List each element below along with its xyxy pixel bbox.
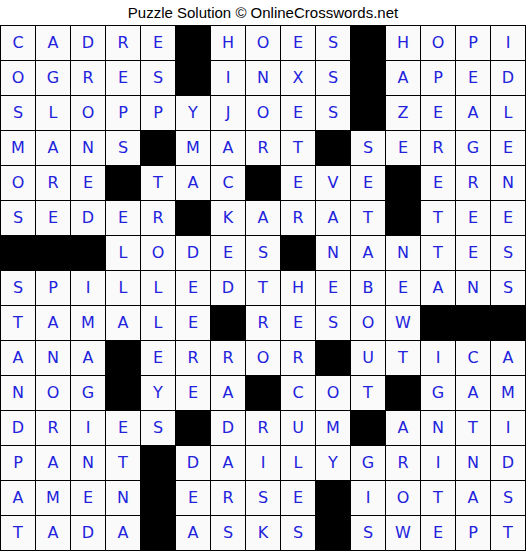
letter-cell-r9c1: T	[1, 306, 35, 340]
letter-cell-r5c1: O	[1, 166, 35, 200]
black-cell-r6c12	[386, 201, 420, 235]
letter-cell-r1c12: H	[386, 26, 420, 60]
letter-cell-r13c9: L	[281, 446, 315, 480]
letter-cell-r4c7: A	[211, 131, 245, 165]
letter-cell-r6c5: R	[141, 201, 175, 235]
letter-cell-r13c1: P	[1, 446, 35, 480]
black-cell-r5c12	[386, 166, 420, 200]
black-cell-r15c5	[141, 516, 175, 550]
letter-cell-r4c4: S	[106, 131, 140, 165]
letter-cell-r12c13: N	[421, 411, 455, 445]
letter-cell-r14c11: I	[351, 481, 385, 515]
black-cell-r11c8	[246, 376, 280, 410]
letter-cell-r3c5: P	[141, 96, 175, 130]
letter-cell-r7c8: S	[246, 236, 280, 270]
letter-cell-r4c1: M	[1, 131, 35, 165]
letter-cell-r5c11: E	[351, 166, 385, 200]
letter-cell-r3c9: E	[281, 96, 315, 130]
letter-cell-r6c1: S	[1, 201, 35, 235]
letter-cell-r13c2: A	[36, 446, 70, 480]
letter-cell-r15c2: A	[36, 516, 70, 550]
letter-cell-r10c2: N	[36, 341, 70, 375]
letter-cell-r8c6: E	[176, 271, 210, 305]
letter-cell-r3c4: P	[106, 96, 140, 130]
letter-cell-r8c5: L	[141, 271, 175, 305]
letter-cell-r9c6: E	[176, 306, 210, 340]
letter-cell-r4c2: A	[36, 131, 70, 165]
letter-cell-r14c7: R	[211, 481, 245, 515]
letter-cell-r6c9: R	[281, 201, 315, 235]
letter-cell-r3c15: L	[491, 96, 525, 130]
letter-cell-r1c3: D	[71, 26, 105, 60]
letter-cell-r3c12: Z	[386, 96, 420, 130]
letter-cell-r2c15: D	[491, 61, 525, 95]
letter-cell-r4c3: N	[71, 131, 105, 165]
black-cell-r10c10	[316, 341, 350, 375]
letter-cell-r13c3: N	[71, 446, 105, 480]
letter-cell-r4c9: T	[281, 131, 315, 165]
letter-cell-r5c14: R	[456, 166, 490, 200]
letter-cell-r5c13: E	[421, 166, 455, 200]
letter-cell-r6c2: E	[36, 201, 70, 235]
letter-cell-r4c14: G	[456, 131, 490, 165]
black-cell-r10c4	[106, 341, 140, 375]
letter-cell-r13c10: Y	[316, 446, 350, 480]
page-title: Puzzle Solution © OnlineCrosswords.net	[0, 0, 526, 25]
letter-cell-r15c9: S	[281, 516, 315, 550]
letter-cell-r6c10: A	[316, 201, 350, 235]
letter-cell-r5c7: C	[211, 166, 245, 200]
letter-cell-r2c9: X	[281, 61, 315, 95]
letter-cell-r5c6: A	[176, 166, 210, 200]
letter-cell-r5c2: R	[36, 166, 70, 200]
black-cell-r11c4	[106, 376, 140, 410]
letter-cell-r6c8: A	[246, 201, 280, 235]
letter-cell-r10c3: A	[71, 341, 105, 375]
black-cell-r7c3	[71, 236, 105, 270]
letter-cell-r7c7: E	[211, 236, 245, 270]
letter-cell-r7c14: E	[456, 236, 490, 270]
letter-cell-r15c13: E	[421, 516, 455, 550]
letter-cell-r8c10: E	[316, 271, 350, 305]
letter-cell-r10c6: R	[176, 341, 210, 375]
letter-cell-r10c13: I	[421, 341, 455, 375]
black-cell-r13c5	[141, 446, 175, 480]
letter-cell-r7c4: L	[106, 236, 140, 270]
letter-cell-r10c1: A	[1, 341, 35, 375]
letter-cell-r12c15: I	[491, 411, 525, 445]
letter-cell-r6c7: K	[211, 201, 245, 235]
letter-cell-r1c2: A	[36, 26, 70, 60]
letter-cell-r6c15: E	[491, 201, 525, 235]
black-cell-r9c13	[421, 306, 455, 340]
letter-cell-r13c6: D	[176, 446, 210, 480]
letter-cell-r8c2: P	[36, 271, 70, 305]
letter-cell-r2c8: N	[246, 61, 280, 95]
black-cell-r11c12	[386, 376, 420, 410]
letter-cell-r11c15: M	[491, 376, 525, 410]
letter-cell-r15c6: A	[176, 516, 210, 550]
letter-cell-r10c9: R	[281, 341, 315, 375]
letter-cell-r11c14: A	[456, 376, 490, 410]
letter-cell-r1c10: S	[316, 26, 350, 60]
letter-cell-r1c13: O	[421, 26, 455, 60]
letter-cell-r15c7: S	[211, 516, 245, 550]
letter-cell-r14c3: E	[71, 481, 105, 515]
letter-cell-r1c7: H	[211, 26, 245, 60]
letter-cell-r12c14: T	[456, 411, 490, 445]
letter-cell-r8c1: S	[1, 271, 35, 305]
letter-cell-r4c13: R	[421, 131, 455, 165]
letter-cell-r8c7: D	[211, 271, 245, 305]
letter-cell-r13c4: T	[106, 446, 140, 480]
letter-cell-r13c14: N	[456, 446, 490, 480]
letter-cell-r11c6: E	[176, 376, 210, 410]
letter-cell-r10c8: O	[246, 341, 280, 375]
letter-cell-r2c2: G	[36, 61, 70, 95]
letter-cell-r6c13: T	[421, 201, 455, 235]
black-cell-r5c4	[106, 166, 140, 200]
letter-cell-r8c8: T	[246, 271, 280, 305]
letter-cell-r7c5: O	[141, 236, 175, 270]
letter-cell-r12c4: E	[106, 411, 140, 445]
letter-cell-r10c5: E	[141, 341, 175, 375]
puzzle-solution-page: Puzzle Solution © OnlineCrosswords.net C…	[0, 0, 526, 551]
letter-cell-r13c13: I	[421, 446, 455, 480]
letter-cell-r13c15: D	[491, 446, 525, 480]
letter-cell-r10c15: A	[491, 341, 525, 375]
black-cell-r7c2	[36, 236, 70, 270]
letter-cell-r3c7: J	[211, 96, 245, 130]
letter-cell-r3c1: S	[1, 96, 35, 130]
letter-cell-r4c6: M	[176, 131, 210, 165]
letter-cell-r10c14: C	[456, 341, 490, 375]
letter-cell-r14c14: A	[456, 481, 490, 515]
letter-cell-r10c11: U	[351, 341, 385, 375]
letter-cell-r10c7: R	[211, 341, 245, 375]
letter-cell-r3c14: A	[456, 96, 490, 130]
black-cell-r14c5	[141, 481, 175, 515]
letter-cell-r1c14: P	[456, 26, 490, 60]
black-cell-r2c6	[176, 61, 210, 95]
letter-cell-r3c2: L	[36, 96, 70, 130]
letter-cell-r12c2: R	[36, 411, 70, 445]
letter-cell-r4c12: E	[386, 131, 420, 165]
letter-cell-r2c3: R	[71, 61, 105, 95]
letter-cell-r15c14: P	[456, 516, 490, 550]
letter-cell-r2c14: E	[456, 61, 490, 95]
letter-cell-r11c13: G	[421, 376, 455, 410]
letter-cell-r3c8: O	[246, 96, 280, 130]
letter-cell-r5c9: E	[281, 166, 315, 200]
letter-cell-r4c11: S	[351, 131, 385, 165]
letter-cell-r15c4: A	[106, 516, 140, 550]
letter-cell-r9c4: A	[106, 306, 140, 340]
letter-cell-r10c12: T	[386, 341, 420, 375]
letter-cell-r2c1: O	[1, 61, 35, 95]
black-cell-r9c14	[456, 306, 490, 340]
letter-cell-r7c13: T	[421, 236, 455, 270]
letter-cell-r13c8: I	[246, 446, 280, 480]
black-cell-r15c10	[316, 516, 350, 550]
letter-cell-r6c4: E	[106, 201, 140, 235]
letter-cell-r9c8: R	[246, 306, 280, 340]
letter-cell-r14c12: O	[386, 481, 420, 515]
letter-cell-r2c12: A	[386, 61, 420, 95]
black-cell-r14c10	[316, 481, 350, 515]
letter-cell-r7c6: D	[176, 236, 210, 270]
letter-cell-r3c10: S	[316, 96, 350, 130]
letter-cell-r13c12: R	[386, 446, 420, 480]
letter-cell-r9c2: A	[36, 306, 70, 340]
letter-cell-r1c4: R	[106, 26, 140, 60]
letter-cell-r8c14: N	[456, 271, 490, 305]
letter-cell-r9c3: M	[71, 306, 105, 340]
black-cell-r9c15	[491, 306, 525, 340]
letter-cell-r6c3: D	[71, 201, 105, 235]
letter-cell-r5c5: T	[141, 166, 175, 200]
letter-cell-r12c9: U	[281, 411, 315, 445]
letter-cell-r9c12: W	[386, 306, 420, 340]
letter-cell-r11c10: O	[316, 376, 350, 410]
letter-cell-r5c15: N	[491, 166, 525, 200]
black-cell-r12c6	[176, 411, 210, 445]
letter-cell-r3c6: Y	[176, 96, 210, 130]
letter-cell-r11c2: O	[36, 376, 70, 410]
letter-cell-r2c5: S	[141, 61, 175, 95]
letter-cell-r7c11: A	[351, 236, 385, 270]
letter-cell-r14c2: M	[36, 481, 70, 515]
letter-cell-r4c8: R	[246, 131, 280, 165]
letter-cell-r8c3: I	[71, 271, 105, 305]
letter-cell-r15c11: S	[351, 516, 385, 550]
letter-cell-r13c11: G	[351, 446, 385, 480]
black-cell-r4c5	[141, 131, 175, 165]
letter-cell-r14c4: N	[106, 481, 140, 515]
letter-cell-r5c3: E	[71, 166, 105, 200]
letter-cell-r14c9: E	[281, 481, 315, 515]
letter-cell-r12c7: D	[211, 411, 245, 445]
letter-cell-r12c8: R	[246, 411, 280, 445]
letter-cell-r15c8: K	[246, 516, 280, 550]
letter-cell-r14c15: S	[491, 481, 525, 515]
letter-cell-r14c8: S	[246, 481, 280, 515]
letter-cell-r9c10: S	[316, 306, 350, 340]
letter-cell-r11c3: G	[71, 376, 105, 410]
letter-cell-r2c13: P	[421, 61, 455, 95]
letter-cell-r15c1: T	[1, 516, 35, 550]
letter-cell-r8c4: L	[106, 271, 140, 305]
letter-cell-r1c15: I	[491, 26, 525, 60]
letter-cell-r1c1: C	[1, 26, 35, 60]
letter-cell-r4c15: E	[491, 131, 525, 165]
letter-cell-r15c12: W	[386, 516, 420, 550]
letter-cell-r2c10: S	[316, 61, 350, 95]
letter-cell-r12c3: I	[71, 411, 105, 445]
black-cell-r1c11	[351, 26, 385, 60]
black-cell-r6c6	[176, 201, 210, 235]
black-cell-r2c11	[351, 61, 385, 95]
letter-cell-r14c1: A	[1, 481, 35, 515]
crossword-grid: CADREHOESHOPIOGRESINXSAPEDSLOPPYJOESZEAL…	[0, 25, 526, 551]
black-cell-r3c11	[351, 96, 385, 130]
letter-cell-r11c7: A	[211, 376, 245, 410]
letter-cell-r11c11: T	[351, 376, 385, 410]
letter-cell-r2c7: I	[211, 61, 245, 95]
black-cell-r5c8	[246, 166, 280, 200]
letter-cell-r12c5: S	[141, 411, 175, 445]
letter-cell-r14c13: T	[421, 481, 455, 515]
letter-cell-r7c12: N	[386, 236, 420, 270]
letter-cell-r1c9: E	[281, 26, 315, 60]
letter-cell-r11c9: C	[281, 376, 315, 410]
letter-cell-r8c9: H	[281, 271, 315, 305]
letter-cell-r2c4: E	[106, 61, 140, 95]
letter-cell-r6c14: E	[456, 201, 490, 235]
letter-cell-r11c1: N	[1, 376, 35, 410]
letter-cell-r15c15: T	[491, 516, 525, 550]
letter-cell-r9c5: L	[141, 306, 175, 340]
letter-cell-r12c1: D	[1, 411, 35, 445]
letter-cell-r12c10: M	[316, 411, 350, 445]
letter-cell-r7c10: N	[316, 236, 350, 270]
letter-cell-r5c10: V	[316, 166, 350, 200]
letter-cell-r8c13: A	[421, 271, 455, 305]
black-cell-r9c7	[211, 306, 245, 340]
letter-cell-r7c15: S	[491, 236, 525, 270]
letter-cell-r3c13: E	[421, 96, 455, 130]
letter-cell-r13c7: A	[211, 446, 245, 480]
black-cell-r7c9	[281, 236, 315, 270]
black-cell-r4c10	[316, 131, 350, 165]
letter-cell-r8c11: B	[351, 271, 385, 305]
black-cell-r12c11	[351, 411, 385, 445]
letter-cell-r8c12: E	[386, 271, 420, 305]
letter-cell-r6c11: T	[351, 201, 385, 235]
letter-cell-r1c8: O	[246, 26, 280, 60]
letter-cell-r3c3: O	[71, 96, 105, 130]
black-cell-r7c1	[1, 236, 35, 270]
letter-cell-r9c9: E	[281, 306, 315, 340]
letter-cell-r11c5: Y	[141, 376, 175, 410]
letter-cell-r14c6: E	[176, 481, 210, 515]
letter-cell-r8c15: S	[491, 271, 525, 305]
letter-cell-r12c12: A	[386, 411, 420, 445]
letter-cell-r1c5: E	[141, 26, 175, 60]
letter-cell-r15c3: D	[71, 516, 105, 550]
black-cell-r1c6	[176, 26, 210, 60]
letter-cell-r9c11: O	[351, 306, 385, 340]
